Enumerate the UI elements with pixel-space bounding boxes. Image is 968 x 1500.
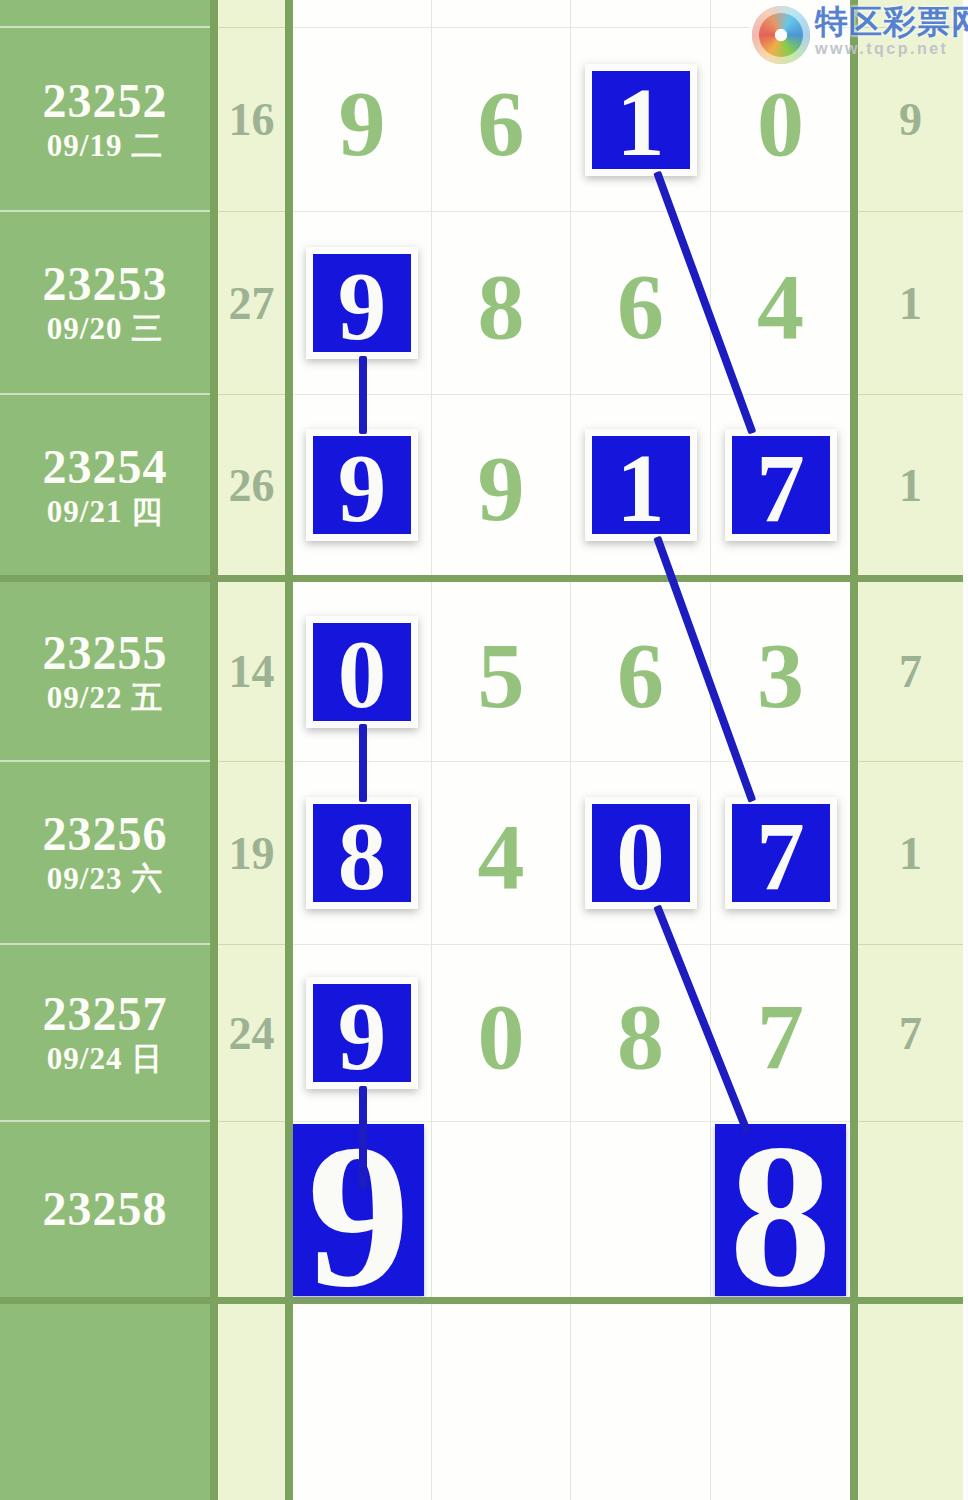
draw-number: 23254: [43, 442, 168, 492]
digit-cell-empty: [711, 1304, 850, 1500]
sum-cell: 26: [218, 395, 285, 575]
draw-label-cell: 23258: [0, 1122, 210, 1297]
digit-cell: 7: [711, 762, 850, 945]
digit-cell: 5: [432, 582, 571, 762]
digit-value: 4: [478, 809, 525, 903]
span-value: 9: [899, 93, 922, 146]
digit-cell-empty: [571, 1304, 711, 1500]
digit-value: 8: [478, 259, 525, 353]
span-cell: 1: [858, 395, 963, 575]
hit-number-box: 7: [725, 797, 837, 909]
digit-cell: 1: [571, 28, 711, 212]
hit-number-box: 1: [585, 64, 697, 176]
digit-value: 6: [617, 259, 664, 353]
draw-number: 23252: [43, 76, 168, 126]
hit-number-box: 9: [306, 247, 418, 359]
draw-label-cell-empty: [0, 1304, 210, 1500]
draw-date: 09/24 日: [47, 1043, 163, 1076]
sum-cell: 14: [218, 582, 285, 762]
digit-cell-empty: [293, 1304, 432, 1500]
digit-cell: 6: [432, 28, 571, 212]
site-logo-icon: [752, 6, 810, 64]
digit-cell: [571, 1122, 711, 1297]
draw-label-cell-empty: [0, 0, 210, 28]
draw-date: 09/21 四: [47, 496, 163, 529]
draw-label-cell: 2325709/24 日: [0, 945, 210, 1122]
digit-cell: 9: [293, 395, 432, 575]
trend-grid: 2325209/19 二16961092325309/20 三279864123…: [0, 0, 968, 1500]
sum-cell-empty: [218, 0, 285, 28]
hit-digit: 9: [338, 440, 387, 537]
draw-label-cell: 2325209/19 二: [0, 28, 210, 212]
hit-number-box: 0: [306, 616, 418, 728]
span-value: 1: [899, 827, 922, 880]
digit-cell: 1: [571, 395, 711, 575]
sum-cell: 19: [218, 762, 285, 945]
hit-number-box-large: 9: [293, 1124, 424, 1296]
hit-digit: 7: [756, 808, 805, 905]
hit-digit: 1: [616, 74, 665, 171]
digit-cell: [432, 1122, 571, 1297]
hit-number-box-large: 8: [715, 1124, 846, 1296]
draw-label-cell: 2325609/23 六: [0, 762, 210, 945]
sum-value: 16: [229, 93, 275, 146]
span-value: 1: [899, 459, 922, 512]
lottery-trend-chart: 2325209/19 二16961092325309/20 三279864123…: [0, 0, 968, 1500]
draw-label-cell: 2325309/20 三: [0, 212, 210, 395]
digit-cell: 0: [571, 762, 711, 945]
span-value: 7: [899, 645, 922, 698]
digit-cell-empty: [293, 0, 432, 28]
span-value: 1: [899, 277, 922, 330]
draw-number: 23253: [43, 259, 168, 309]
digit-cell: 8: [293, 762, 432, 945]
hit-digit: 7: [756, 440, 805, 537]
draw-date: 09/23 六: [47, 863, 163, 896]
span-cell-empty: [858, 1304, 963, 1500]
digit-cell: 4: [432, 762, 571, 945]
sum-cell: 16: [218, 28, 285, 212]
digit-cell: 6: [571, 582, 711, 762]
hit-digit: 8: [338, 808, 387, 905]
draw-number: 23255: [43, 628, 168, 678]
draw-number: 23257: [43, 989, 168, 1039]
sum-cell: 27: [218, 212, 285, 395]
digit-value: 6: [617, 628, 664, 722]
page-edge-strip: [963, 0, 968, 1500]
hit-number-box: 9: [306, 977, 418, 1089]
digit-value: 5: [478, 628, 525, 722]
site-watermark: 特区彩票网 www.tqcp.net: [752, 4, 968, 64]
digit-cell: 6: [571, 212, 711, 395]
digit-cell: 8: [432, 212, 571, 395]
hit-number-box: 7: [725, 429, 837, 541]
digit-value: 4: [757, 259, 804, 353]
digit-cell: 0: [432, 945, 571, 1122]
sum-value: 14: [229, 645, 275, 698]
sum-cell: 24: [218, 945, 285, 1122]
digit-value: 8: [617, 989, 664, 1083]
digit-value: 6: [478, 76, 525, 170]
digit-value: 7: [757, 989, 804, 1083]
digit-value: 0: [478, 989, 525, 1083]
span-cell: 7: [858, 582, 963, 762]
draw-date: 09/22 五: [47, 682, 163, 715]
digit-cell: 9: [293, 945, 432, 1122]
span-cell: [858, 1122, 963, 1297]
hit-digit: 0: [338, 626, 387, 723]
digit-cell: 0: [293, 582, 432, 762]
digit-cell: 9: [293, 28, 432, 212]
hit-number-box: 9: [306, 429, 418, 541]
site-url: www.tqcp.net: [815, 40, 968, 58]
digit-cell-empty: [571, 0, 711, 28]
digit-cell: 9: [293, 212, 432, 395]
sum-value: 27: [229, 277, 275, 330]
digit-cell: 8: [711, 1122, 850, 1297]
digit-cell: 9: [432, 395, 571, 575]
digit-cell: 7: [711, 395, 850, 575]
sum-cell-empty: [218, 1304, 285, 1500]
digit-cell-empty: [432, 1304, 571, 1500]
sum-value: 19: [229, 827, 275, 880]
sum-cell: [218, 1122, 285, 1297]
digit-cell: 8: [571, 945, 711, 1122]
hit-digit: 9: [307, 1113, 410, 1318]
hit-number-box: 1: [585, 429, 697, 541]
site-watermark-text: 特区彩票网 www.tqcp.net: [815, 4, 968, 58]
hit-digit: 8: [729, 1113, 832, 1318]
digit-value: 9: [478, 441, 525, 535]
span-cell: 1: [858, 212, 963, 395]
hit-number-box: 8: [306, 797, 418, 909]
digit-cell: 7: [711, 945, 850, 1122]
hit-number-box: 0: [585, 797, 697, 909]
digit-value: 3: [757, 628, 804, 722]
draw-number: 23256: [43, 809, 168, 859]
draw-date: 09/19 二: [47, 130, 163, 163]
span-cell: 1: [858, 762, 963, 945]
span-value: 7: [899, 1007, 922, 1060]
sum-value: 24: [229, 1007, 275, 1060]
digit-cell: 3: [711, 582, 850, 762]
draw-date: 09/20 三: [47, 313, 163, 346]
draw-label-cell: 2325409/21 四: [0, 395, 210, 575]
site-name: 特区彩票网: [815, 4, 968, 40]
hit-digit: 9: [338, 988, 387, 1085]
span-cell: 7: [858, 945, 963, 1122]
draw-label-cell: 2325509/22 五: [0, 582, 210, 762]
sum-value: 26: [229, 459, 275, 512]
digit-cell: 9: [293, 1122, 432, 1297]
hit-digit: 1: [616, 440, 665, 537]
draw-number: 23258: [43, 1184, 168, 1234]
digit-cell-empty: [432, 0, 571, 28]
hit-digit: 0: [616, 808, 665, 905]
digit-cell: 4: [711, 212, 850, 395]
digit-value: 0: [757, 76, 804, 170]
digit-value: 9: [339, 76, 386, 170]
hit-digit: 9: [338, 258, 387, 355]
